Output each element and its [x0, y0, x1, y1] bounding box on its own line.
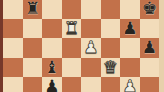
square-g5[interactable]: [120, 58, 140, 78]
black-king[interactable]: ♚: [142, 0, 157, 19]
square-a4[interactable]: [3, 77, 23, 92]
square-h7[interactable]: [140, 19, 160, 39]
square-b6[interactable]: [23, 38, 43, 58]
square-c6[interactable]: [42, 38, 62, 58]
square-d8[interactable]: [62, 0, 82, 19]
square-g7[interactable]: ♟: [120, 19, 140, 39]
square-f5[interactable]: ♛: [101, 58, 121, 78]
square-c8[interactable]: [42, 0, 62, 19]
square-b7[interactable]: [23, 19, 43, 39]
black-rook[interactable]: ♜: [25, 0, 40, 19]
square-a8[interactable]: [3, 0, 23, 19]
square-d6[interactable]: [62, 38, 82, 58]
white-queen[interactable]: ♛: [103, 58, 118, 78]
square-c4[interactable]: ♟: [42, 77, 62, 92]
square-f4[interactable]: [101, 77, 121, 92]
square-b4[interactable]: [23, 77, 43, 92]
square-g8[interactable]: [120, 0, 140, 19]
board-right-border: [159, 0, 164, 92]
white-pawn[interactable]: ♟: [122, 77, 137, 92]
square-f8[interactable]: [101, 0, 121, 19]
white-pawn[interactable]: ♟: [83, 38, 98, 58]
square-e6[interactable]: ♟: [81, 38, 101, 58]
square-a7[interactable]: [3, 19, 23, 39]
white-rook[interactable]: ♜: [64, 19, 79, 39]
black-pawn[interactable]: ♟: [142, 38, 157, 58]
square-f7[interactable]: [101, 19, 121, 39]
square-g4[interactable]: ♟: [120, 77, 140, 92]
square-e8[interactable]: [81, 0, 101, 19]
black-pawn[interactable]: ♟: [44, 77, 59, 92]
chess-board-screenshot: ♜♚♜♟♟♟♝♛♟♟: [0, 0, 164, 92]
square-d5[interactable]: [62, 58, 82, 78]
square-h8[interactable]: ♚: [140, 0, 160, 19]
square-c7[interactable]: [42, 19, 62, 39]
square-e4[interactable]: [81, 77, 101, 92]
square-d7[interactable]: ♜: [62, 19, 82, 39]
square-h6[interactable]: ♟: [140, 38, 160, 58]
black-pawn[interactable]: ♟: [122, 19, 137, 39]
chess-board: ♜♚♜♟♟♟♝♛♟♟: [3, 0, 159, 92]
square-e7[interactable]: [81, 19, 101, 39]
square-b5[interactable]: [23, 58, 43, 78]
square-f6[interactable]: [101, 38, 121, 58]
square-h4[interactable]: [140, 77, 160, 92]
black-bishop[interactable]: ♝: [44, 58, 59, 78]
square-b8[interactable]: ♜: [23, 0, 43, 19]
square-d4[interactable]: [62, 77, 82, 92]
square-c5[interactable]: ♝: [42, 58, 62, 78]
square-g6[interactable]: [120, 38, 140, 58]
square-h5[interactable]: [140, 58, 160, 78]
square-a5[interactable]: [3, 58, 23, 78]
square-e5[interactable]: [81, 58, 101, 78]
square-a6[interactable]: [3, 38, 23, 58]
